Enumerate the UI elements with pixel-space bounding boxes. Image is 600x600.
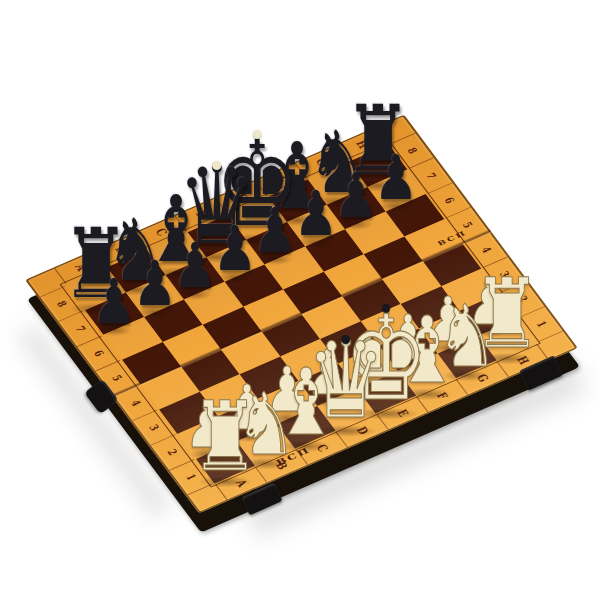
chess-set-photo: ABCDEFGH ABCDEFGH 87654321 87654321 ВСП …	[0, 0, 600, 600]
piece-black-pawn-a7[interactable]: ♟	[87, 271, 143, 333]
black-pawn-icon: ♟	[92, 271, 136, 333]
white-rook-icon: ♜	[191, 389, 260, 485]
piece-white-rook-a1[interactable]: ♜	[182, 389, 268, 485]
